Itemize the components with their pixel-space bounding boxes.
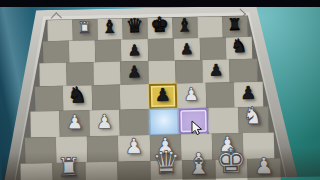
square-g5[interactable] [205, 82, 234, 108]
piece-white-pawn-h2[interactable]: ♟ [254, 155, 274, 176]
square-d4[interactable] [119, 109, 149, 136]
piece-white-queen-e2[interactable]: ♛ [151, 149, 180, 179]
square-h7[interactable]: ♞ [226, 37, 253, 60]
rank-2-row: ♜♛♝♚♟ [20, 158, 280, 180]
square-d8[interactable]: ♛ [122, 18, 147, 40]
piece-black-bishop-c8[interactable]: ♝ [101, 19, 117, 35]
piece-black-bishop-f8[interactable]: ♝ [176, 17, 192, 33]
square-d2[interactable] [117, 161, 150, 180]
square-f6[interactable] [175, 60, 203, 84]
square-f8[interactable]: ♝ [172, 17, 197, 39]
square-b4[interactable]: ♟ [60, 110, 90, 137]
piece-white-knight-h4[interactable]: ♞ [242, 105, 264, 127]
square-a7[interactable] [43, 41, 70, 64]
square-g7[interactable] [200, 37, 227, 60]
square-a2[interactable] [20, 163, 53, 180]
square-e2[interactable]: ♛ [150, 160, 183, 180]
square-f7[interactable]: ♟ [173, 38, 200, 61]
square-a4[interactable] [30, 111, 60, 138]
piece-white-rook-b8[interactable]: ♜ [77, 21, 92, 36]
piece-white-king-g2[interactable]: ♚ [216, 145, 247, 176]
piece-black-pawn-d7[interactable]: ♟ [128, 43, 142, 57]
square-b7[interactable] [69, 40, 96, 63]
piece-black-king-e8[interactable]: ♚ [150, 15, 169, 34]
square-c5[interactable] [91, 85, 120, 111]
piece-white-pawn-f5[interactable]: ♟ [183, 87, 199, 103]
square-c7[interactable] [95, 40, 122, 63]
piece-black-pawn-f7[interactable]: ♟ [180, 42, 194, 56]
piece-white-pawn-c4[interactable]: ♟ [96, 113, 114, 131]
square-b2[interactable]: ♜ [52, 162, 85, 180]
square-f5[interactable]: ♟ [177, 83, 206, 109]
piece-black-pawn-h5[interactable]: ♟ [240, 85, 256, 101]
square-g8[interactable] [197, 16, 222, 38]
square-e8[interactable]: ♚ [147, 18, 172, 40]
square-c2[interactable] [85, 162, 118, 180]
square-e7[interactable] [147, 38, 174, 61]
square-f2[interactable]: ♝ [182, 160, 215, 180]
piece-black-rook-h8[interactable]: ♜ [227, 18, 242, 33]
square-h6[interactable] [230, 59, 258, 83]
square-h4[interactable]: ♞ [238, 107, 268, 134]
square-d7[interactable]: ♟ [121, 39, 148, 62]
square-b8[interactable]: ♜ [72, 19, 97, 41]
piece-black-pawn-e5[interactable]: ♟ [155, 87, 171, 103]
square-c6[interactable] [93, 62, 121, 86]
square-a5[interactable] [34, 86, 63, 112]
piece-white-pawn-b4[interactable]: ♟ [66, 113, 84, 131]
square-e6[interactable] [148, 60, 176, 84]
square-e5[interactable]: ♟ [148, 83, 177, 109]
square-g2[interactable]: ♚ [215, 159, 248, 180]
piece-white-pawn-d3[interactable]: ♟ [124, 137, 143, 156]
piece-black-queen-d8[interactable]: ♛ [126, 17, 144, 35]
square-a6[interactable] [39, 63, 67, 87]
square-a8[interactable] [47, 20, 72, 42]
square-g4[interactable] [208, 107, 238, 134]
piece-black-knight-b5[interactable]: ♞ [67, 85, 87, 105]
square-c8[interactable]: ♝ [97, 19, 122, 41]
piece-black-knight-h7[interactable]: ♞ [230, 37, 247, 54]
square-c3[interactable] [87, 136, 119, 163]
square-g6[interactable]: ♟ [202, 59, 230, 83]
square-b5[interactable]: ♞ [63, 85, 92, 111]
square-d3[interactable]: ♟ [118, 135, 150, 162]
piece-black-pawn-d6[interactable]: ♟ [127, 65, 142, 80]
square-a3[interactable] [25, 137, 57, 164]
piece-white-bishop-f2[interactable]: ♝ [185, 150, 212, 177]
letterbox-bar-top [0, 0, 320, 7]
square-e4[interactable] [149, 108, 179, 135]
square-d5[interactable] [120, 84, 149, 110]
square-c4[interactable]: ♟ [89, 110, 119, 137]
chess-board-scene: ♜♝♛♚♝♜♟♟♞♟♟♞♟♟♟♟♟♞♟♟♟♜♛♝♚♟ [0, 0, 320, 180]
square-h2[interactable]: ♟ [247, 158, 280, 180]
piece-white-rook-b2[interactable]: ♜ [57, 156, 81, 180]
game-window: { "game": "chess", "app_view": "3d-persp… [0, 0, 320, 180]
square-d6[interactable]: ♟ [121, 61, 149, 85]
piece-black-pawn-g6[interactable]: ♟ [209, 63, 224, 78]
mouse-cursor [191, 120, 203, 140]
